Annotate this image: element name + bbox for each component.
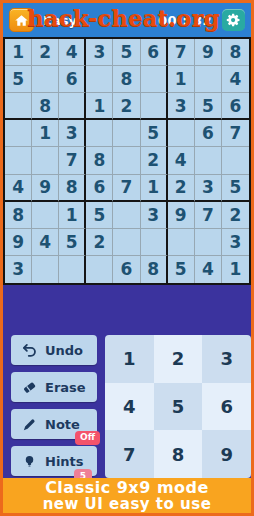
cell-r9c2[interactable] xyxy=(32,256,59,283)
cell-r4c7[interactable] xyxy=(168,120,195,147)
cell-r2c1[interactable]: 5 xyxy=(5,66,32,93)
cell-r1c9[interactable]: 8 xyxy=(222,39,249,66)
cell-r3c3[interactable] xyxy=(59,93,86,120)
cell-r4c8[interactable]: 6 xyxy=(195,120,222,147)
cell-r6c5[interactable]: 7 xyxy=(113,175,140,202)
cell-r9c7[interactable]: 5 xyxy=(168,256,195,283)
cell-r6c4[interactable]: 6 xyxy=(86,175,113,202)
cell-r8c1[interactable]: 9 xyxy=(5,229,32,256)
cell-r1c5[interactable]: 5 xyxy=(113,39,140,66)
cell-r8c6[interactable] xyxy=(141,229,168,256)
numpad-key-9[interactable]: 9 xyxy=(202,430,251,478)
settings-button[interactable] xyxy=(222,9,245,31)
cell-r7c3[interactable]: 1 xyxy=(59,202,86,229)
bulb-icon xyxy=(22,454,37,469)
cell-r8c4[interactable]: 2 xyxy=(86,229,113,256)
sudoku-grid: 1243567985681481235613567782449867123581… xyxy=(3,37,251,285)
difficulty-label: Easy xyxy=(43,13,77,28)
cell-r4c6[interactable]: 5 xyxy=(141,120,168,147)
numpad-key-5[interactable]: 5 xyxy=(154,383,203,431)
cell-r1c2[interactable]: 2 xyxy=(32,39,59,66)
cell-r7c7[interactable]: 9 xyxy=(168,202,195,229)
cell-r3c2[interactable]: 8 xyxy=(32,93,59,120)
cell-r6c9[interactable]: 5 xyxy=(222,175,249,202)
number-pad: 123456789 xyxy=(105,335,251,478)
erase-button[interactable]: Erase xyxy=(11,372,97,402)
cell-r6c1[interactable]: 4 xyxy=(5,175,32,202)
numpad-key-1[interactable]: 1 xyxy=(105,335,154,383)
header-bar: Easy 00 : 32 xyxy=(3,3,251,37)
timer: 00 : 32 xyxy=(158,13,212,28)
note-label: Note xyxy=(45,417,80,432)
cell-r2c8[interactable] xyxy=(195,66,222,93)
home-icon xyxy=(14,13,29,28)
cell-r7c9[interactable]: 2 xyxy=(222,202,249,229)
cell-r2c9[interactable]: 4 xyxy=(222,66,249,93)
cell-r9c5[interactable]: 6 xyxy=(113,256,140,283)
cell-r7c2[interactable] xyxy=(32,202,59,229)
cell-r7c8[interactable]: 7 xyxy=(195,202,222,229)
numpad-key-7[interactable]: 7 xyxy=(105,430,154,478)
control-panel: Undo Erase Note Off Hints 5 xyxy=(3,285,251,478)
app-frame: Easy 00 : 32 124356798568148123561356778… xyxy=(3,3,251,513)
gear-icon xyxy=(226,13,241,28)
cell-r3c5[interactable]: 2 xyxy=(113,93,140,120)
undo-icon xyxy=(22,343,37,358)
cell-r9c1[interactable]: 3 xyxy=(5,256,32,283)
cell-r7c1[interactable]: 8 xyxy=(5,202,32,229)
cell-r5c1[interactable] xyxy=(5,147,32,174)
erase-label: Erase xyxy=(45,380,86,395)
cell-r5c7[interactable]: 4 xyxy=(168,147,195,174)
cell-r6c8[interactable]: 3 xyxy=(195,175,222,202)
cell-r6c3[interactable]: 8 xyxy=(59,175,86,202)
cell-r5c9[interactable] xyxy=(222,147,249,174)
cell-r4c3[interactable]: 3 xyxy=(59,120,86,147)
cell-r6c7[interactable]: 2 xyxy=(168,175,195,202)
cell-r2c6[interactable] xyxy=(141,66,168,93)
promo-banner[interactable]: Classic 9x9 mode new UI easy to use xyxy=(3,478,251,513)
numpad-key-8[interactable]: 8 xyxy=(154,430,203,478)
cell-r8c2[interactable]: 4 xyxy=(32,229,59,256)
cell-r2c2[interactable] xyxy=(32,66,59,93)
numpad-key-4[interactable]: 4 xyxy=(105,383,154,431)
cell-r2c4[interactable] xyxy=(86,66,113,93)
undo-button[interactable]: Undo xyxy=(11,335,97,365)
cell-r1c4[interactable]: 3 xyxy=(86,39,113,66)
home-button[interactable] xyxy=(9,8,34,32)
cell-r4c9[interactable]: 7 xyxy=(222,120,249,147)
cell-r9c9[interactable]: 1 xyxy=(222,256,249,283)
note-button[interactable]: Note Off xyxy=(11,409,97,439)
numpad-key-2[interactable]: 2 xyxy=(154,335,203,383)
cell-r5c2[interactable] xyxy=(32,147,59,174)
cell-r5c5[interactable] xyxy=(113,147,140,174)
cell-r4c4[interactable] xyxy=(86,120,113,147)
pencil-icon xyxy=(22,417,37,432)
cell-r1c3[interactable]: 4 xyxy=(59,39,86,66)
cell-r8c7[interactable] xyxy=(168,229,195,256)
cell-r3c4[interactable]: 1 xyxy=(86,93,113,120)
cell-r5c3[interactable]: 7 xyxy=(59,147,86,174)
cell-r9c3[interactable] xyxy=(59,256,86,283)
banner-line1: Classic 9x9 mode xyxy=(3,479,251,496)
cell-r9c4[interactable] xyxy=(86,256,113,283)
cell-r8c3[interactable]: 5 xyxy=(59,229,86,256)
cell-r3c1[interactable] xyxy=(5,93,32,120)
cell-r3c6[interactable] xyxy=(141,93,168,120)
cell-r2c3[interactable]: 6 xyxy=(59,66,86,93)
cell-r7c6[interactable]: 3 xyxy=(141,202,168,229)
hints-count-badge: 5 xyxy=(74,469,92,478)
cell-r1c6[interactable]: 6 xyxy=(141,39,168,66)
cell-r5c8[interactable] xyxy=(195,147,222,174)
button-column: Undo Erase Note Off Hints 5 xyxy=(11,335,97,478)
numpad-key-6[interactable]: 6 xyxy=(202,383,251,431)
hints-label: Hints xyxy=(45,454,84,469)
cell-r1c8[interactable]: 9 xyxy=(195,39,222,66)
cell-r3c7[interactable]: 3 xyxy=(168,93,195,120)
cell-r5c4[interactable]: 8 xyxy=(86,147,113,174)
cell-r1c7[interactable]: 7 xyxy=(168,39,195,66)
undo-label: Undo xyxy=(45,343,83,358)
numpad-key-3[interactable]: 3 xyxy=(202,335,251,383)
cell-r8c9[interactable]: 3 xyxy=(222,229,249,256)
cell-r9c8[interactable]: 4 xyxy=(195,256,222,283)
cell-r5c6[interactable]: 2 xyxy=(141,147,168,174)
cell-r2c5[interactable]: 8 xyxy=(113,66,140,93)
cell-r3c9[interactable]: 6 xyxy=(222,93,249,120)
cell-r8c5[interactable] xyxy=(113,229,140,256)
cell-r6c2[interactable]: 9 xyxy=(32,175,59,202)
note-off-badge: Off xyxy=(75,431,100,445)
cell-r1c1[interactable]: 1 xyxy=(5,39,32,66)
hints-button[interactable]: Hints 5 xyxy=(11,446,97,476)
banner-line2: new UI easy to use xyxy=(3,496,251,512)
cell-r8c8[interactable] xyxy=(195,229,222,256)
cell-r2c7[interactable]: 1 xyxy=(168,66,195,93)
cell-r6c6[interactable]: 1 xyxy=(141,175,168,202)
cell-r3c8[interactable]: 5 xyxy=(195,93,222,120)
cell-r9c6[interactable]: 8 xyxy=(141,256,168,283)
cell-r4c2[interactable]: 1 xyxy=(32,120,59,147)
eraser-icon xyxy=(22,380,37,395)
cell-r4c5[interactable] xyxy=(113,120,140,147)
cell-r4c1[interactable] xyxy=(5,120,32,147)
cell-r7c4[interactable]: 5 xyxy=(86,202,113,229)
cell-r7c5[interactable] xyxy=(113,202,140,229)
